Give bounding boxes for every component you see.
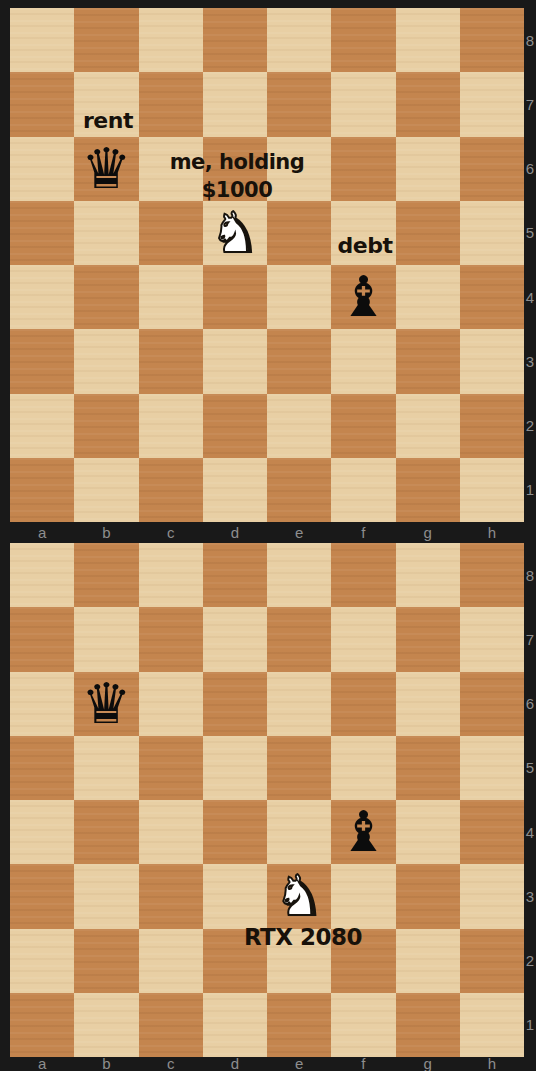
bottom-board-block: ♛♝♞RTX 2080 87654321 abcdefgh	[0, 543, 536, 1071]
file-label-e: e	[267, 522, 331, 543]
chess-meme-page: { "game": "chess", "position": { "top_bo…	[0, 0, 536, 1071]
file-label-b: b	[74, 1057, 138, 1071]
black-queen-b6[interactable]: ♛	[74, 672, 138, 736]
rank-label-2: 2	[524, 929, 536, 993]
black-bishop-f4[interactable]: ♝	[331, 800, 395, 864]
file-label-c: c	[139, 522, 203, 543]
rank-label-1: 1	[524, 458, 536, 522]
label-rent: rent	[83, 107, 133, 135]
top-board-file-coordinates: abcdefgh	[10, 522, 524, 543]
rank-label-5: 5	[524, 736, 536, 800]
rank-label-5: 5	[524, 201, 536, 265]
black-queen-b6[interactable]: ♛	[74, 137, 138, 201]
black-bishop-f4[interactable]: ♝	[331, 265, 395, 329]
top-board-rank-coordinates: 87654321	[524, 8, 536, 522]
rank-label-3: 3	[524, 329, 536, 393]
top-board: ♛♞♝rentme, holding $1000debt	[10, 8, 524, 522]
top-board-block: ♛♞♝rentme, holding $1000debt 87654321 ab…	[0, 0, 536, 543]
file-label-f: f	[331, 1057, 395, 1071]
rank-label-3: 3	[524, 864, 536, 928]
file-label-d: d	[203, 522, 267, 543]
file-label-d: d	[203, 1057, 267, 1071]
top-board-overlay: ♛♞♝rentme, holding $1000debt	[10, 8, 524, 522]
label-rtx-2080: RTX 2080	[244, 923, 362, 951]
rank-label-7: 7	[524, 607, 536, 671]
rank-label-4: 4	[524, 800, 536, 864]
rank-label-4: 4	[524, 265, 536, 329]
file-label-g: g	[396, 1057, 460, 1071]
rank-label-2: 2	[524, 394, 536, 458]
rank-label-7: 7	[524, 72, 536, 136]
file-label-h: h	[460, 1057, 524, 1071]
file-label-h: h	[460, 522, 524, 543]
bottom-board-file-coordinates: abcdefgh	[10, 1057, 524, 1071]
rank-label-1: 1	[524, 993, 536, 1057]
file-label-b: b	[74, 522, 138, 543]
white-knight-e3[interactable]: ♞	[267, 864, 331, 928]
label-debt: debt	[338, 232, 393, 260]
white-knight-d5[interactable]: ♞	[203, 201, 267, 265]
bottom-board-overlay: ♛♝♞RTX 2080	[10, 543, 524, 1057]
file-label-g: g	[396, 522, 460, 543]
rank-label-8: 8	[524, 543, 536, 607]
bottom-board: ♛♝♞RTX 2080	[10, 543, 524, 1057]
rank-label-6: 6	[524, 672, 536, 736]
file-label-a: a	[10, 522, 74, 543]
bottom-board-rank-coordinates: 87654321	[524, 543, 536, 1057]
label-me-holding: me, holding $1000	[170, 148, 305, 204]
rank-label-6: 6	[524, 137, 536, 201]
rank-label-8: 8	[524, 8, 536, 72]
file-label-e: e	[267, 1057, 331, 1071]
file-label-a: a	[10, 1057, 74, 1071]
file-label-c: c	[139, 1057, 203, 1071]
file-label-f: f	[331, 522, 395, 543]
